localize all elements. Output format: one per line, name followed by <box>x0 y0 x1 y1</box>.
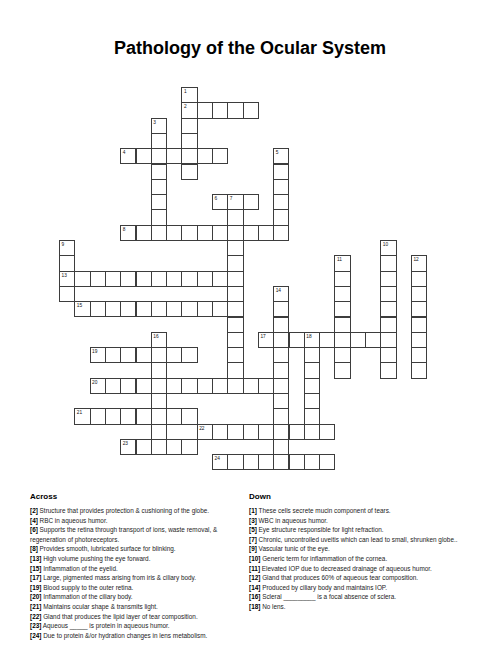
clue-number: [12] <box>249 574 260 581</box>
cell-number: 22 <box>198 425 212 431</box>
clue-item-across-20: [20] Inflammation of the ciliary body. <box>30 592 244 602</box>
grid-cell-r16-c23[interactable] <box>411 332 427 348</box>
grid-cell-r19-c2[interactable]: 20 <box>90 378 106 394</box>
clue-item-across-19: [19] Blood supply to the outer retina. <box>30 583 244 593</box>
clue-item-down-1: [1] These cells secrete mucin component … <box>249 506 493 516</box>
cell-number: 12 <box>412 256 426 262</box>
grid-cell-r13-c14[interactable]: 14 <box>273 286 289 302</box>
grid-cell-r23-c4[interactable]: 23 <box>120 439 136 455</box>
clue-item-across-8: [8] Provides smooth, lubricated surface … <box>30 544 244 554</box>
down-clues-section: Down [1] These cells secrete mucin compo… <box>249 492 493 612</box>
grid-cell-r14-c9[interactable] <box>197 301 213 317</box>
grid-cell-r24-c10[interactable]: 24 <box>212 454 228 470</box>
grid-cell-r22-c14[interactable] <box>273 424 289 440</box>
grid-cell-r20-c16[interactable] <box>304 393 320 409</box>
grid-cell-r22-c9[interactable]: 22 <box>197 424 213 440</box>
grid-cell-r21-c3[interactable] <box>105 408 121 424</box>
cell-number: 13 <box>60 272 74 278</box>
grid-cell-r9-c11[interactable] <box>227 225 243 241</box>
cell-number: 20 <box>91 379 105 385</box>
grid-cell-r21-c16[interactable] <box>304 408 320 424</box>
cell-number: 24 <box>213 455 227 461</box>
clue-item-across-23: [23] Aqueous _____ is protein in aqueous… <box>30 621 244 631</box>
down-clue-list: [1] These cells secrete mucin component … <box>249 506 493 612</box>
grid-cell-r12-c1[interactable] <box>74 271 90 287</box>
grid-cell-r4-c4[interactable]: 4 <box>120 148 136 164</box>
grid-cell-r18-c16[interactable] <box>304 362 320 378</box>
grid-cell-r21-c14[interactable] <box>273 408 289 424</box>
grid-cell-r5-c8[interactable] <box>181 164 197 180</box>
clue-number: [22] <box>30 613 41 620</box>
cell-number: 9 <box>60 241 74 247</box>
grid-cell-r19-c8[interactable] <box>181 378 197 394</box>
grid-cell-r19-c9[interactable] <box>197 378 213 394</box>
crossword-grid: 246781315171819202122232413591011121416 <box>59 87 427 471</box>
clue-number: [13] <box>30 555 41 562</box>
grid-cell-r13-c0[interactable] <box>59 286 75 302</box>
grid-cell-r11-c11[interactable] <box>227 255 243 271</box>
grid-cell-r16-c6[interactable]: 16 <box>151 332 167 348</box>
grid-cell-r8-c6[interactable] <box>151 209 167 225</box>
grid-cell-r6-c6[interactable] <box>151 179 167 195</box>
cell-number: 16 <box>152 333 166 339</box>
cell-number: 15 <box>75 302 89 308</box>
grid-cell-r17-c18[interactable] <box>334 347 350 363</box>
grid-cell-r19-c6[interactable] <box>151 378 167 394</box>
clue-item-down-3: [3] WBC in aqueous humor. <box>249 516 493 526</box>
grid-cell-r2-c6[interactable]: 3 <box>151 118 167 134</box>
grid-cell-r14-c7[interactable] <box>166 301 182 317</box>
grid-cell-r24-c15[interactable] <box>289 454 305 470</box>
grid-cell-r11-c18[interactable]: 11 <box>334 255 350 271</box>
grid-cell-r15-c23[interactable] <box>411 317 427 333</box>
grid-cell-r21-c6[interactable] <box>151 408 167 424</box>
clue-number: [10] <box>249 555 260 562</box>
clue-item-across-2: [2] Structure that provides protection &… <box>30 506 244 516</box>
crossword-page: { "title": "Pathology of the Ocular Syst… <box>0 0 500 647</box>
grid-cell-r16-c16[interactable]: 18 <box>304 332 320 348</box>
clue-number: [17] <box>30 574 41 581</box>
grid-cell-r22-c6[interactable] <box>151 424 167 440</box>
clue-item-across-22: [22] Gland that produces the lipid layer… <box>30 612 244 622</box>
grid-cell-r24-c11[interactable] <box>227 454 243 470</box>
clue-item-across-15: [15] Inflammation of the eyelid. <box>30 564 244 574</box>
grid-cell-r9-c9[interactable] <box>197 225 213 241</box>
grid-cell-r9-c4[interactable]: 8 <box>120 225 136 241</box>
grid-cell-r1-c12[interactable] <box>243 102 259 118</box>
grid-cell-r22-c16[interactable] <box>304 424 320 440</box>
clue-item-across-17: [17] Large, pigmented mass arising from … <box>30 573 244 583</box>
grid-cell-r17-c11[interactable] <box>227 347 243 363</box>
grid-cell-r7-c6[interactable] <box>151 194 167 210</box>
grid-cell-r4-c9[interactable] <box>197 148 213 164</box>
grid-cell-r21-c1[interactable]: 21 <box>74 408 90 424</box>
clue-item-down-11: [11] Elevated IOP due to decreased drain… <box>249 564 493 574</box>
cell-number: 23 <box>121 440 135 446</box>
grid-cell-r13-c18[interactable] <box>334 286 350 302</box>
grid-cell-r12-c10[interactable] <box>212 271 228 287</box>
grid-cell-r17-c6[interactable] <box>151 347 167 363</box>
cell-number: 8 <box>121 226 135 232</box>
grid-cell-r12-c0[interactable]: 13 <box>59 271 75 287</box>
grid-cell-r11-c21[interactable] <box>380 255 396 271</box>
grid-cell-r4-c7[interactable] <box>166 148 182 164</box>
grid-cell-r4-c8[interactable] <box>181 148 197 164</box>
cell-number: 21 <box>75 409 89 415</box>
clue-item-down-12: [12] Gland that produces 60% of aqueous … <box>249 573 493 583</box>
grid-cell-r21-c4[interactable] <box>120 408 136 424</box>
clue-item-across-4: [4] RBC in aqueous humor. <box>30 516 244 526</box>
grid-cell-r16-c17[interactable] <box>319 332 335 348</box>
grid-cell-r12-c9[interactable] <box>197 271 213 287</box>
grid-cell-r17-c16[interactable] <box>304 347 320 363</box>
grid-cell-r12-c6[interactable] <box>151 271 167 287</box>
grid-cell-r12-c5[interactable] <box>136 271 152 287</box>
clue-item-across-24: [24] Due to protein &/or hydration chang… <box>30 631 244 641</box>
grid-cell-r18-c23[interactable] <box>411 362 427 378</box>
cell-number: 10 <box>381 241 395 247</box>
cell-number: 11 <box>335 256 349 262</box>
grid-cell-r19-c12[interactable] <box>243 378 259 394</box>
clue-number: [20] <box>30 593 41 600</box>
grid-cell-r10-c11[interactable] <box>227 240 243 256</box>
grid-cell-r14-c4[interactable] <box>120 301 136 317</box>
grid-cell-r16-c20[interactable] <box>365 332 381 348</box>
grid-cell-r14-c5[interactable] <box>136 301 152 317</box>
grid-cell-r13-c21[interactable] <box>380 286 396 302</box>
clue-item-down-14: [14] Produced by ciliary body and mainta… <box>249 583 493 593</box>
grid-cell-r19-c11[interactable] <box>227 378 243 394</box>
grid-cell-r18-c21[interactable] <box>380 362 396 378</box>
cell-number: 18 <box>305 333 319 339</box>
grid-cell-r22-c11[interactable] <box>227 424 243 440</box>
grid-cell-r15-c18[interactable] <box>334 317 350 333</box>
grid-cell-r17-c8[interactable] <box>181 347 197 363</box>
grid-cell-r11-c23[interactable]: 12 <box>411 255 427 271</box>
grid-cell-r12-c2[interactable] <box>90 271 106 287</box>
grid-cell-r12-c3[interactable] <box>105 271 121 287</box>
grid-cell-r14-c21[interactable] <box>380 301 396 317</box>
clue-number: [7] <box>249 536 257 543</box>
grid-cell-r9-c7[interactable] <box>166 225 182 241</box>
grid-cell-r21-c7[interactable] <box>166 408 182 424</box>
clue-number: [6] <box>30 526 38 533</box>
grid-cell-r15-c21[interactable] <box>380 317 396 333</box>
grid-cell-r9-c12[interactable] <box>243 225 259 241</box>
grid-cell-r20-c14[interactable] <box>273 393 289 409</box>
grid-cell-r2-c8[interactable] <box>181 118 197 134</box>
grid-cell-r18-c11[interactable] <box>227 362 243 378</box>
grid-cell-r14-c6[interactable] <box>151 301 167 317</box>
grid-cell-r24-c17[interactable] <box>319 454 335 470</box>
clue-number: [18] <box>249 603 260 610</box>
grid-cell-r1-c11[interactable] <box>227 102 243 118</box>
grid-cell-r23-c5[interactable] <box>136 439 152 455</box>
grid-cell-r7-c12[interactable] <box>243 194 259 210</box>
grid-cell-r10-c21[interactable]: 10 <box>380 240 396 256</box>
grid-cell-r5-c14[interactable] <box>273 164 289 180</box>
grid-cell-r14-c14[interactable] <box>273 301 289 317</box>
puzzle-title: Pathology of the Ocular System <box>0 38 500 59</box>
grid-cell-r19-c14[interactable] <box>273 378 289 394</box>
clue-number: [3] <box>249 517 257 524</box>
grid-cell-r13-c23[interactable] <box>411 286 427 302</box>
clue-number: [5] <box>249 526 257 533</box>
grid-cell-r17-c2[interactable]: 19 <box>90 347 106 363</box>
grid-cell-r19-c13[interactable] <box>258 378 274 394</box>
cell-number: 7 <box>228 195 242 201</box>
grid-cell-r16-c19[interactable] <box>350 332 366 348</box>
grid-cell-r4-c10[interactable] <box>212 148 228 164</box>
grid-cell-r23-c7[interactable] <box>166 439 182 455</box>
grid-cell-r17-c5[interactable] <box>136 347 152 363</box>
grid-cell-r18-c18[interactable] <box>334 362 350 378</box>
grid-cell-r5-c6[interactable] <box>151 164 167 180</box>
grid-cell-r12-c21[interactable] <box>380 271 396 287</box>
grid-cell-r7-c14[interactable] <box>273 194 289 210</box>
grid-cell-r24-c16[interactable] <box>304 454 320 470</box>
grid-cell-r24-c12[interactable] <box>243 454 259 470</box>
grid-cell-r14-c11[interactable] <box>227 301 243 317</box>
clue-item-down-5: [5] Eye structure responsible for light … <box>249 525 493 535</box>
grid-cell-r24-c14[interactable] <box>273 454 289 470</box>
grid-cell-r4-c5[interactable] <box>136 148 152 164</box>
cell-number: 2 <box>182 103 196 109</box>
grid-cell-r22-c10[interactable] <box>212 424 228 440</box>
clue-number: [2] <box>30 507 38 514</box>
grid-cell-r0-c8[interactable]: 1 <box>181 87 197 103</box>
grid-cell-r12-c4[interactable] <box>120 271 136 287</box>
clue-number: [8] <box>30 545 38 552</box>
cell-number: 3 <box>152 119 166 125</box>
grid-cell-r12-c11[interactable] <box>227 271 243 287</box>
grid-cell-r9-c6[interactable] <box>151 225 167 241</box>
grid-cell-r21-c8[interactable] <box>181 408 197 424</box>
grid-cell-r21-c5[interactable] <box>136 408 152 424</box>
clue-item-down-7: [7] Chronic, uncontrolled uveitis which … <box>249 535 493 545</box>
grid-cell-r17-c3[interactable] <box>105 347 121 363</box>
clue-number: [16] <box>249 593 260 600</box>
grid-cell-r12-c7[interactable] <box>166 271 182 287</box>
grid-cell-r16-c13[interactable]: 17 <box>258 332 274 348</box>
cell-number: 5 <box>274 149 288 155</box>
grid-cell-r14-c8[interactable] <box>181 301 197 317</box>
grid-cell-r14-c2[interactable] <box>90 301 106 317</box>
grid-cell-r16-c21[interactable] <box>380 332 396 348</box>
cell-number: 1 <box>182 88 196 94</box>
grid-cell-r20-c6[interactable] <box>151 393 167 409</box>
across-clues-section: Across [2] Structure that provides prote… <box>30 492 244 640</box>
grid-cell-r18-c14[interactable] <box>273 362 289 378</box>
grid-cell-r11-c0[interactable] <box>59 255 75 271</box>
grid-cell-r14-c23[interactable] <box>411 301 427 317</box>
grid-cell-r19-c3[interactable] <box>105 378 121 394</box>
grid-cell-r14-c1[interactable]: 15 <box>74 301 90 317</box>
clue-number: [19] <box>30 584 41 591</box>
cell-number: 14 <box>274 287 288 293</box>
grid-cell-r1-c8[interactable]: 2 <box>181 102 197 118</box>
cell-number: 6 <box>213 195 227 201</box>
grid-cell-r17-c14[interactable] <box>273 347 289 363</box>
grid-cell-r10-c0[interactable]: 9 <box>59 240 75 256</box>
grid-cell-r21-c2[interactable] <box>90 408 106 424</box>
clue-number: [15] <box>30 565 41 572</box>
grid-cell-r8-c11[interactable] <box>227 209 243 225</box>
clue-item-down-16: [16] Scleral _________ is a focal absenc… <box>249 592 493 602</box>
grid-cell-r9-c5[interactable] <box>136 225 152 241</box>
clue-number: [1] <box>249 507 257 514</box>
clue-number: [4] <box>30 517 38 524</box>
clue-number: [14] <box>249 584 260 591</box>
grid-cell-r16-c11[interactable] <box>227 332 243 348</box>
grid-cell-r17-c21[interactable] <box>380 347 396 363</box>
grid-cell-r19-c16[interactable] <box>304 378 320 394</box>
grid-cell-r17-c4[interactable] <box>120 347 136 363</box>
clue-item-down-10: [10] Generic term for inflammation of th… <box>249 554 493 564</box>
grid-cell-r7-c10[interactable]: 6 <box>212 194 228 210</box>
grid-cell-r18-c6[interactable] <box>151 362 167 378</box>
cell-number: 4 <box>121 149 135 155</box>
grid-cell-r1-c9[interactable] <box>197 102 213 118</box>
across-heading: Across <box>30 492 244 501</box>
clue-number: [9] <box>249 545 257 552</box>
clue-item-down-9: [9] Vascular tunic of the eye. <box>249 544 493 554</box>
grid-cell-r19-c5[interactable] <box>136 378 152 394</box>
clue-item-down-18: [18] No lens. <box>249 602 493 612</box>
clue-item-across-21: [21] Maintains ocular shape & transmits … <box>30 602 244 612</box>
grid-cell-r14-c10[interactable] <box>212 301 228 317</box>
grid-cell-r14-c3[interactable] <box>105 301 121 317</box>
grid-cell-r17-c7[interactable] <box>166 347 182 363</box>
grid-cell-r17-c23[interactable] <box>411 347 427 363</box>
grid-cell-r16-c15[interactable] <box>289 332 305 348</box>
grid-cell-r22-c15[interactable] <box>289 424 305 440</box>
grid-cell-r1-c10[interactable] <box>212 102 228 118</box>
grid-cell-r22-c12[interactable] <box>243 424 259 440</box>
grid-cell-r12-c23[interactable] <box>411 271 427 287</box>
grid-cell-r9-c14[interactable] <box>273 225 289 241</box>
clue-number: [24] <box>30 632 41 639</box>
clue-item-across-13: [13] High volume pushing the eye forward… <box>30 554 244 564</box>
grid-cell-r9-c8[interactable] <box>181 225 197 241</box>
grid-cell-r22-c13[interactable] <box>258 424 274 440</box>
grid-cell-r22-c17[interactable] <box>319 424 335 440</box>
grid-cell-r23-c14[interactable] <box>273 439 289 455</box>
clue-item-across-6: [6] Supports the retina through transpor… <box>30 525 244 544</box>
grid-cell-r19-c4[interactable] <box>120 378 136 394</box>
clue-number: [11] <box>249 565 260 572</box>
grid-cell-r23-c6[interactable] <box>151 439 167 455</box>
grid-cell-r8-c14[interactable] <box>273 209 289 225</box>
down-heading: Down <box>249 492 493 501</box>
across-clue-list: [2] Structure that provides protection &… <box>30 506 244 640</box>
grid-cell-r15-c11[interactable] <box>227 317 243 333</box>
grid-cell-r24-c13[interactable] <box>258 454 274 470</box>
grid-cell-r13-c11[interactable] <box>227 286 243 302</box>
clue-number: [23] <box>30 622 41 629</box>
grid-cell-r19-c7[interactable] <box>166 378 182 394</box>
grid-cell-r6-c14[interactable] <box>273 179 289 195</box>
grid-cell-r3-c8[interactable] <box>181 133 197 149</box>
grid-cell-r14-c18[interactable] <box>334 301 350 317</box>
grid-cell-r4-c14[interactable]: 5 <box>273 148 289 164</box>
grid-cell-r23-c8[interactable] <box>181 439 197 455</box>
grid-cell-r7-c11[interactable]: 7 <box>227 194 243 210</box>
grid-cell-r15-c14[interactable] <box>273 317 289 333</box>
grid-cell-r16-c18[interactable] <box>334 332 350 348</box>
cell-number: 19 <box>91 348 105 354</box>
grid-cell-r3-c6[interactable] <box>151 133 167 149</box>
grid-cell-r12-c18[interactable] <box>334 271 350 287</box>
grid-cell-r4-c6[interactable] <box>151 148 167 164</box>
cell-number: 17 <box>259 333 273 339</box>
grid-cell-r19-c10[interactable] <box>212 378 228 394</box>
grid-cell-r9-c10[interactable] <box>212 225 228 241</box>
clue-number: [21] <box>30 603 41 610</box>
grid-cell-r12-c8[interactable] <box>181 271 197 287</box>
grid-cell-r9-c13[interactable] <box>258 225 274 241</box>
grid-cell-r16-c14[interactable] <box>273 332 289 348</box>
